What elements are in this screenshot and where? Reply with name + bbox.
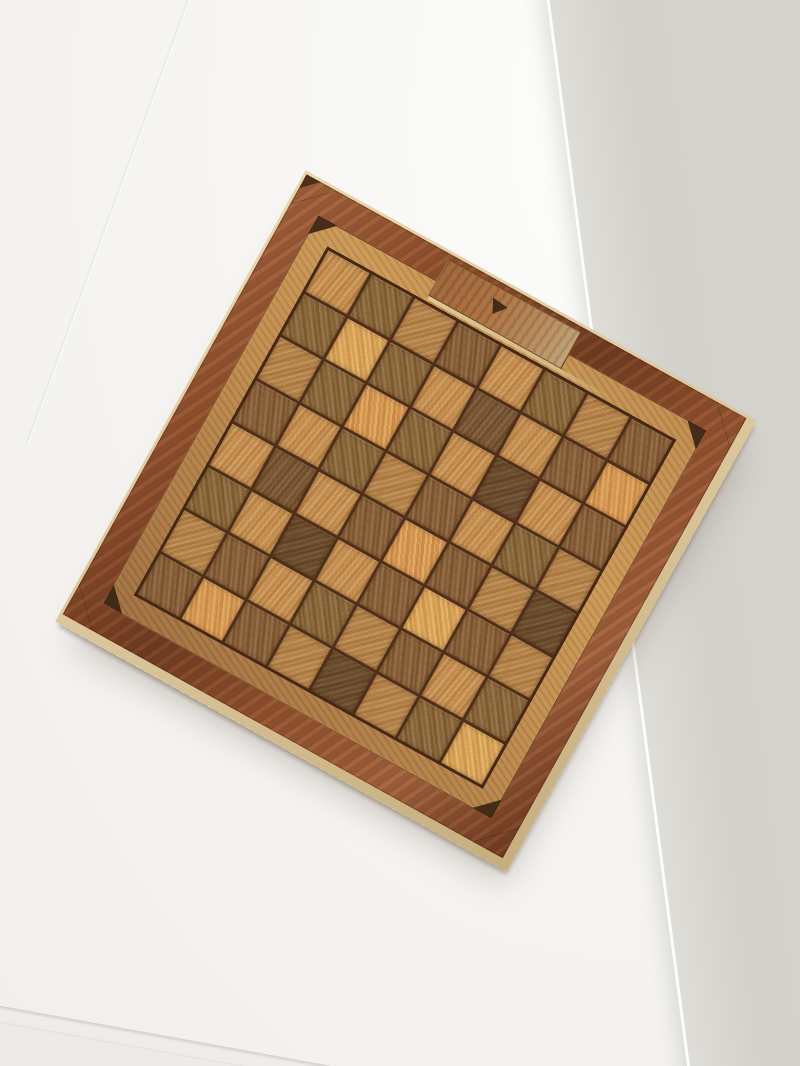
patch-triangle-inlay [485,297,508,319]
panel-groove-line [26,0,193,444]
table-surface [0,0,800,1066]
